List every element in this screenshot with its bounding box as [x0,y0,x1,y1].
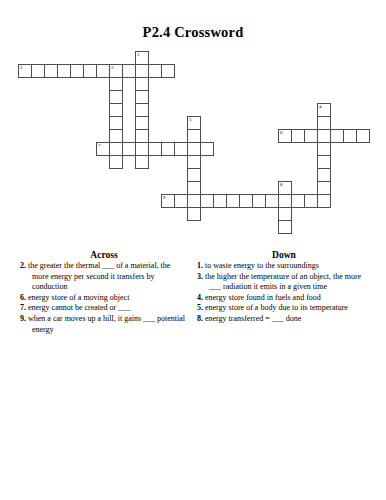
grid-cell-r1c3[interactable] [57,64,71,78]
grid-cell-r7c14[interactable] [200,142,214,156]
grid-cell-r7c13[interactable] [187,142,201,156]
grid-cell-r2c9[interactable] [135,77,149,91]
clue-num-label: 9. [20,314,26,323]
grid-cell-r3c9[interactable] [135,90,149,104]
grid-cell-r11c12[interactable] [174,194,188,208]
grid-cell-r1c10[interactable] [148,64,162,78]
grid-cell-r12c20[interactable] [278,207,292,221]
grid-cell-r11c14[interactable] [200,194,214,208]
across-clue-2: 2. the greater the thermal ___ of a mate… [20,261,188,293]
grid-cell-r0c9[interactable]: 1 [135,51,149,65]
down-clue-8: 8. energy transferred = ___ done [197,314,371,325]
grid-cell-r5c9[interactable] [135,116,149,130]
grid-cell-r11c18[interactable] [252,194,266,208]
grid-cell-r11c22[interactable] [304,194,318,208]
grid-cell-r5c23[interactable] [317,116,331,130]
grid-cell-r6c23[interactable] [317,129,331,143]
grid-cell-r11c13[interactable] [187,194,201,208]
grid-cell-r11c21[interactable] [291,194,305,208]
clue-number: 4 [319,104,322,110]
down-clue-4: 4. energy store found in fuels and food [197,293,371,304]
clue-number: 7 [98,143,101,149]
clue-num-label: 5. [197,303,203,312]
grid-cell-r6c24[interactable] [330,129,344,143]
grid-cell-r11c20[interactable] [278,194,292,208]
clue-number: 8 [280,182,283,188]
grid-cell-r1c4[interactable] [70,64,84,78]
clue-num-label: 3. [197,272,203,281]
grid-cell-r6c22[interactable] [304,129,318,143]
grid-cell-r1c11[interactable] [161,64,175,78]
grid-cell-r6c25[interactable] [343,129,357,143]
page-title: P2.4 Crossword [0,24,386,41]
grid-cell-r1c6[interactable] [96,64,110,78]
clue-number: 2 [20,65,23,71]
grid-cell-r1c0[interactable]: 2 [18,64,32,78]
across-clue-7: 7. energy cannot be created or ___ [20,303,188,314]
across-clues-list: 2. the greater the thermal ___ of a mate… [20,261,188,335]
across-clues-section: Across 2. the greater the thermal ___ of… [20,250,188,335]
grid-cell-r6c26[interactable] [356,129,370,143]
clue-num-label: 8. [197,314,203,323]
grid-cell-r8c9[interactable] [135,155,149,169]
grid-cell-r11c16[interactable] [226,194,240,208]
grid-cell-r6c7[interactable] [109,129,123,143]
clue-number: 6 [280,130,283,136]
grid-cell-r1c2[interactable] [44,64,58,78]
grid-cell-r2c7[interactable] [109,77,123,91]
grid-cell-r7c12[interactable] [174,142,188,156]
down-clues-section: Down 1. to waste energy to the surroundi… [197,250,371,325]
clue-num-label: 6. [20,293,26,302]
grid-cell-r3c7[interactable] [109,90,123,104]
grid-cell-r10c23[interactable] [317,181,331,195]
clue-number: 5 [189,117,192,123]
across-clue-9: 9. when a car moves up a hill, it gains … [20,314,188,335]
grid-cell-r7c11[interactable] [161,142,175,156]
grid-cell-r11c11[interactable]: 9 [161,194,175,208]
grid-cell-r7c8[interactable] [122,142,136,156]
grid-cell-r7c10[interactable] [148,142,162,156]
down-clues-list: 1. to waste energy to the surroundings3.… [197,261,371,325]
worksheet-page: P2.4 Crossword 123456789 Across 2. the g… [0,0,386,500]
down-clue-3: 3. the higher the temperature of an obje… [197,272,371,293]
clue-number: 3 [111,65,114,71]
down-clue-1: 1. to waste energy to the surroundings [197,261,371,272]
clue-num-label: 1. [197,261,203,270]
grid-cell-r11c23[interactable] [317,194,331,208]
grid-cell-r1c7[interactable]: 3 [109,64,123,78]
grid-cell-r6c20[interactable]: 6 [278,129,292,143]
grid-cell-r1c5[interactable] [83,64,97,78]
grid-cell-r8c7[interactable] [109,155,123,169]
grid-cell-r6c13[interactable] [187,129,201,143]
clue-number: 1 [137,52,140,58]
grid-cell-r9c23[interactable] [317,168,331,182]
grid-cell-r1c8[interactable] [122,64,136,78]
down-clues-header: Down [197,250,371,261]
grid-cell-r10c13[interactable] [187,181,201,195]
grid-cell-r10c20[interactable]: 8 [278,181,292,195]
grid-cell-r7c7[interactable] [109,142,123,156]
clue-num-label: 4. [197,293,203,302]
grid-cell-r5c7[interactable] [109,116,123,130]
clue-num-label: 2. [20,261,26,270]
grid-cell-r1c9[interactable] [135,64,149,78]
clue-number: 9 [163,195,166,201]
grid-cell-r11c15[interactable] [213,194,227,208]
grid-cell-r6c9[interactable] [135,129,149,143]
grid-cell-r11c17[interactable] [239,194,253,208]
grid-cell-r9c13[interactable] [187,168,201,182]
grid-cell-r5c13[interactable]: 5 [187,116,201,130]
across-clues-header: Across [20,250,188,261]
grid-cell-r6c21[interactable] [291,129,305,143]
grid-cell-r13c20[interactable] [278,220,292,234]
grid-cell-r4c9[interactable] [135,103,149,117]
grid-cell-r11c19[interactable] [265,194,279,208]
down-clue-5: 5. energy store of a body due to its tem… [197,303,371,314]
clue-num-label: 7. [20,303,26,312]
grid-cell-r7c9[interactable] [135,142,149,156]
grid-cell-r4c7[interactable] [109,103,123,117]
grid-cell-r7c6[interactable]: 7 [96,142,110,156]
grid-cell-r4c23[interactable]: 4 [317,103,331,117]
grid-cell-r8c13[interactable] [187,155,201,169]
grid-cell-r8c23[interactable] [317,155,331,169]
grid-cell-r12c13[interactable] [187,207,201,221]
grid-cell-r1c1[interactable] [31,64,45,78]
across-clue-6: 6. energy store of a moving object [20,293,188,304]
crossword-grid: 123456789 [18,51,370,234]
grid-cell-r7c23[interactable] [317,142,331,156]
